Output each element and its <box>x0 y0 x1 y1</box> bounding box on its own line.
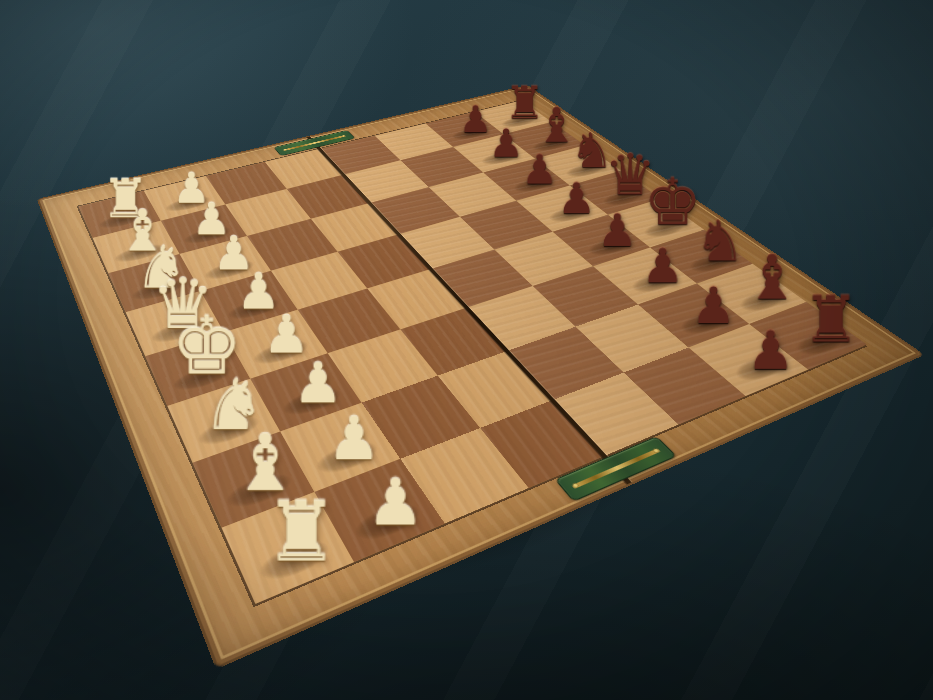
piece-black-pawn-e7: ♟ <box>597 208 637 253</box>
piece-black-pawn-c7: ♟ <box>521 149 557 190</box>
piece-black-pawn-h7: ♟ <box>747 324 795 377</box>
square-h7: ♟ <box>689 324 809 396</box>
piece-black-pawn-b7: ♟ <box>489 124 524 163</box>
square-d6 <box>460 201 553 250</box>
piece-black-bishop-g8: ♝ <box>745 247 800 308</box>
photo-frame: ♜♟♟♜♝♟♟♝♞♟♟♞♛♟♟♛♚♟♟♚♞♟♟♞♝♟♟♝♜♟♟♜ <box>0 0 933 700</box>
piece-black-pawn-g7: ♟ <box>691 280 736 330</box>
piece-black-knight-f8: ♞ <box>695 213 745 269</box>
piece-black-rook-h8: ♜ <box>802 288 859 352</box>
piece-white-pawn-h2: ♟ <box>367 470 425 534</box>
piece-white-rook-h1: ♜ <box>264 491 338 574</box>
piece-black-king-e8: ♚ <box>644 170 702 235</box>
piece-black-pawn-a7: ♟ <box>459 101 492 138</box>
piece-black-pawn-f7: ♟ <box>641 242 684 289</box>
square-g7: ♟ <box>638 284 749 348</box>
square-h1: ♜ <box>222 492 354 604</box>
piece-white-pawn-g2: ♟ <box>327 409 381 469</box>
piece-black-pawn-d7: ♟ <box>557 177 595 220</box>
